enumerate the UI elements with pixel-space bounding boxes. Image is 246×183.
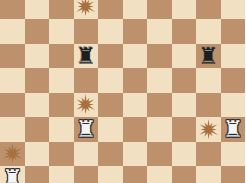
board-square-r6c1[interactable] xyxy=(25,142,50,167)
board-square-r4c7[interactable] xyxy=(172,93,197,118)
burst-icon xyxy=(1,142,24,165)
white-rook[interactable]: ♜ xyxy=(75,117,96,142)
board-square-r1c7[interactable] xyxy=(172,19,197,44)
board-square-r6c8[interactable] xyxy=(196,142,221,167)
board-square-r1c1[interactable] xyxy=(25,19,50,44)
board-square-r3c9[interactable] xyxy=(221,68,246,93)
board-square-r5c8[interactable] xyxy=(196,117,221,142)
board-square-r5c6[interactable] xyxy=(147,117,172,142)
board-square-r3c8[interactable] xyxy=(196,68,221,93)
board-square-r7c9[interactable] xyxy=(221,166,246,183)
board-square-r3c2[interactable] xyxy=(49,68,74,93)
board-square-r4c8[interactable] xyxy=(196,93,221,118)
board-square-r0c0[interactable] xyxy=(0,0,25,19)
board-square-r5c3[interactable]: ♜ xyxy=(74,117,99,142)
board-square-r4c6[interactable] xyxy=(147,93,172,118)
board-square-r4c1[interactable] xyxy=(25,93,50,118)
board-square-r6c9[interactable] xyxy=(221,142,246,167)
board-square-r1c0[interactable] xyxy=(0,19,25,44)
board-square-r7c8[interactable] xyxy=(196,166,221,183)
board-square-r2c7[interactable] xyxy=(172,44,197,69)
board-square-r2c5[interactable] xyxy=(123,44,148,69)
board-square-r6c5[interactable] xyxy=(123,142,148,167)
board-square-r7c7[interactable] xyxy=(172,166,197,183)
board-square-r7c1[interactable] xyxy=(25,166,50,183)
board-square-r5c7[interactable] xyxy=(172,117,197,142)
board-square-r6c4[interactable] xyxy=(98,142,123,167)
board-square-r0c6[interactable] xyxy=(147,0,172,19)
board-square-r1c5[interactable] xyxy=(123,19,148,44)
board-square-r7c4[interactable] xyxy=(98,166,123,183)
board-square-r0c3[interactable] xyxy=(74,0,99,19)
black-rook[interactable]: ♜ xyxy=(198,44,219,69)
board-square-r3c3[interactable] xyxy=(74,68,99,93)
board-square-r4c0[interactable] xyxy=(0,93,25,118)
board-square-r3c7[interactable] xyxy=(172,68,197,93)
board-square-r4c4[interactable] xyxy=(98,93,123,118)
game-board: ♜♜♜♜♜ xyxy=(0,0,245,183)
board-square-r1c6[interactable] xyxy=(147,19,172,44)
board-square-r6c2[interactable] xyxy=(49,142,74,167)
board-square-r0c1[interactable] xyxy=(25,0,50,19)
board-square-r3c4[interactable] xyxy=(98,68,123,93)
board-square-r1c4[interactable] xyxy=(98,19,123,44)
board-square-r5c1[interactable] xyxy=(25,117,50,142)
board-square-r0c4[interactable] xyxy=(98,0,123,19)
board-square-r2c1[interactable] xyxy=(25,44,50,69)
board-square-r4c2[interactable] xyxy=(49,93,74,118)
board-square-r6c7[interactable] xyxy=(172,142,197,167)
board-grid: ♜♜♜♜♜ xyxy=(0,0,245,183)
board-square-r5c0[interactable] xyxy=(0,117,25,142)
board-square-r0c5[interactable] xyxy=(123,0,148,19)
black-rook[interactable]: ♜ xyxy=(75,44,96,69)
board-square-r2c0[interactable] xyxy=(0,44,25,69)
board-square-r5c9[interactable]: ♜ xyxy=(221,117,246,142)
board-square-r2c2[interactable] xyxy=(49,44,74,69)
board-square-r4c3[interactable] xyxy=(74,93,99,118)
burst-icon xyxy=(74,0,97,18)
board-square-r2c4[interactable] xyxy=(98,44,123,69)
board-square-r5c4[interactable] xyxy=(98,117,123,142)
board-square-r0c9[interactable] xyxy=(221,0,246,19)
board-square-r7c2[interactable] xyxy=(49,166,74,183)
board-square-r2c9[interactable] xyxy=(221,44,246,69)
board-square-r0c2[interactable] xyxy=(49,0,74,19)
board-square-r5c5[interactable] xyxy=(123,117,148,142)
board-square-r7c3[interactable] xyxy=(74,166,99,183)
board-square-r4c5[interactable] xyxy=(123,93,148,118)
board-square-r1c8[interactable] xyxy=(196,19,221,44)
board-square-r0c8[interactable] xyxy=(196,0,221,19)
board-square-r2c3[interactable]: ♜ xyxy=(74,44,99,69)
board-square-r2c6[interactable] xyxy=(147,44,172,69)
white-rook[interactable]: ♜ xyxy=(2,166,23,183)
burst-icon xyxy=(197,118,220,141)
board-square-r3c5[interactable] xyxy=(123,68,148,93)
board-square-r3c0[interactable] xyxy=(0,68,25,93)
board-square-r5c2[interactable] xyxy=(49,117,74,142)
board-square-r6c3[interactable] xyxy=(74,142,99,167)
burst-icon xyxy=(74,93,97,116)
board-square-r1c9[interactable] xyxy=(221,19,246,44)
board-square-r0c7[interactable] xyxy=(172,0,197,19)
board-square-r4c9[interactable] xyxy=(221,93,246,118)
board-square-r1c2[interactable] xyxy=(49,19,74,44)
board-square-r6c6[interactable] xyxy=(147,142,172,167)
board-square-r7c0[interactable]: ♜ xyxy=(0,166,25,183)
board-square-r1c3[interactable] xyxy=(74,19,99,44)
board-square-r7c5[interactable] xyxy=(123,166,148,183)
board-square-r3c6[interactable] xyxy=(147,68,172,93)
board-square-r2c8[interactable]: ♜ xyxy=(196,44,221,69)
board-square-r7c6[interactable] xyxy=(147,166,172,183)
board-square-r6c0[interactable] xyxy=(0,142,25,167)
white-rook[interactable]: ♜ xyxy=(222,117,243,142)
board-square-r3c1[interactable] xyxy=(25,68,50,93)
